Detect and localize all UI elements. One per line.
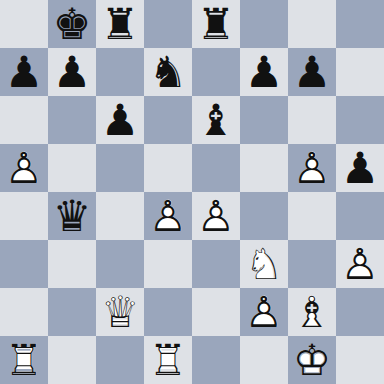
square-e2[interactable]: [192, 288, 240, 336]
white-pawn-outline-icon: ♙: [144, 192, 192, 240]
square-b6[interactable]: [48, 96, 96, 144]
piece-white-queen[interactable]: ♛♕: [96, 288, 144, 336]
square-c5[interactable]: [96, 144, 144, 192]
square-e1[interactable]: [192, 336, 240, 384]
square-f3[interactable]: ♞♘: [240, 240, 288, 288]
white-bishop-outline-icon: ♗: [288, 288, 336, 336]
square-e5[interactable]: [192, 144, 240, 192]
square-h6[interactable]: [336, 96, 384, 144]
black-rook-icon: ♜: [96, 0, 144, 48]
square-b7[interactable]: ♟: [48, 48, 96, 96]
square-a5[interactable]: ♟♙: [0, 144, 48, 192]
square-e3[interactable]: [192, 240, 240, 288]
square-h5[interactable]: ♟: [336, 144, 384, 192]
square-g3[interactable]: [288, 240, 336, 288]
piece-black-pawn[interactable]: ♟: [240, 48, 288, 96]
square-a1[interactable]: ♜♖: [0, 336, 48, 384]
black-pawn-icon: ♟: [0, 48, 48, 96]
square-g2[interactable]: ♝♗: [288, 288, 336, 336]
piece-white-king[interactable]: ♚♔: [288, 336, 336, 384]
square-c6[interactable]: ♟: [96, 96, 144, 144]
piece-black-pawn[interactable]: ♟: [48, 48, 96, 96]
square-a3[interactable]: [0, 240, 48, 288]
piece-black-pawn[interactable]: ♟: [288, 48, 336, 96]
black-bishop-icon: ♝: [192, 96, 240, 144]
square-f7[interactable]: ♟: [240, 48, 288, 96]
white-pawn-outline-icon: ♙: [288, 144, 336, 192]
square-g8[interactable]: [288, 0, 336, 48]
square-d7[interactable]: ♞: [144, 48, 192, 96]
piece-black-pawn[interactable]: ♟: [0, 48, 48, 96]
piece-black-knight[interactable]: ♞: [144, 48, 192, 96]
square-a4[interactable]: [0, 192, 48, 240]
square-e6[interactable]: ♝: [192, 96, 240, 144]
black-pawn-icon: ♟: [240, 48, 288, 96]
square-f8[interactable]: [240, 0, 288, 48]
white-queen-outline-icon: ♕: [96, 288, 144, 336]
piece-black-pawn[interactable]: ♟: [96, 96, 144, 144]
piece-white-pawn[interactable]: ♟♙: [336, 240, 384, 288]
square-d6[interactable]: [144, 96, 192, 144]
square-g5[interactable]: ♟♙: [288, 144, 336, 192]
piece-black-bishop[interactable]: ♝: [192, 96, 240, 144]
piece-white-pawn[interactable]: ♟♙: [144, 192, 192, 240]
square-b3[interactable]: [48, 240, 96, 288]
white-pawn-outline-icon: ♙: [336, 240, 384, 288]
black-pawn-icon: ♟: [48, 48, 96, 96]
square-h4[interactable]: [336, 192, 384, 240]
white-king-outline-icon: ♔: [288, 336, 336, 384]
square-c1[interactable]: [96, 336, 144, 384]
piece-white-pawn[interactable]: ♟♙: [288, 144, 336, 192]
square-a2[interactable]: [0, 288, 48, 336]
square-g1[interactable]: ♚♔: [288, 336, 336, 384]
square-h7[interactable]: [336, 48, 384, 96]
piece-white-knight[interactable]: ♞♘: [240, 240, 288, 288]
piece-white-rook[interactable]: ♜♖: [144, 336, 192, 384]
square-e7[interactable]: [192, 48, 240, 96]
white-rook-outline-icon: ♖: [144, 336, 192, 384]
square-g7[interactable]: ♟: [288, 48, 336, 96]
square-h3[interactable]: ♟♙: [336, 240, 384, 288]
black-knight-icon: ♞: [144, 48, 192, 96]
black-pawn-icon: ♟: [288, 48, 336, 96]
square-d2[interactable]: [144, 288, 192, 336]
square-c2[interactable]: ♛♕: [96, 288, 144, 336]
square-d8[interactable]: [144, 0, 192, 48]
square-f4[interactable]: [240, 192, 288, 240]
black-pawn-icon: ♟: [336, 144, 384, 192]
square-f6[interactable]: [240, 96, 288, 144]
piece-black-pawn[interactable]: ♟: [336, 144, 384, 192]
square-b4[interactable]: ♛: [48, 192, 96, 240]
square-e8[interactable]: ♜: [192, 0, 240, 48]
square-d1[interactable]: ♜♖: [144, 336, 192, 384]
square-c8[interactable]: ♜: [96, 0, 144, 48]
square-b2[interactable]: [48, 288, 96, 336]
square-c4[interactable]: [96, 192, 144, 240]
white-rook-outline-icon: ♖: [0, 336, 48, 384]
square-d3[interactable]: [144, 240, 192, 288]
square-b1[interactable]: [48, 336, 96, 384]
square-d4[interactable]: ♟♙: [144, 192, 192, 240]
piece-black-queen[interactable]: ♛: [48, 192, 96, 240]
square-h2[interactable]: [336, 288, 384, 336]
square-f5[interactable]: [240, 144, 288, 192]
piece-white-pawn[interactable]: ♟♙: [192, 192, 240, 240]
square-b8[interactable]: ♚: [48, 0, 96, 48]
white-pawn-outline-icon: ♙: [240, 288, 288, 336]
square-a8[interactable]: [0, 0, 48, 48]
square-b5[interactable]: [48, 144, 96, 192]
black-queen-icon: ♛: [48, 192, 96, 240]
square-h8[interactable]: [336, 0, 384, 48]
piece-white-rook[interactable]: ♜♖: [0, 336, 48, 384]
black-rook-icon: ♜: [192, 0, 240, 48]
square-g4[interactable]: [288, 192, 336, 240]
square-c7[interactable]: [96, 48, 144, 96]
piece-white-pawn[interactable]: ♟♙: [240, 288, 288, 336]
white-pawn-outline-icon: ♙: [0, 144, 48, 192]
white-knight-outline-icon: ♘: [240, 240, 288, 288]
square-f2[interactable]: ♟♙: [240, 288, 288, 336]
square-e4[interactable]: ♟♙: [192, 192, 240, 240]
square-a6[interactable]: [0, 96, 48, 144]
piece-black-rook[interactable]: ♜: [192, 0, 240, 48]
square-a7[interactable]: ♟: [0, 48, 48, 96]
piece-white-bishop[interactable]: ♝♗: [288, 288, 336, 336]
black-pawn-icon: ♟: [96, 96, 144, 144]
square-d5[interactable]: [144, 144, 192, 192]
square-f1[interactable]: [240, 336, 288, 384]
piece-black-king[interactable]: ♚: [48, 0, 96, 48]
white-pawn-outline-icon: ♙: [192, 192, 240, 240]
square-h1[interactable]: [336, 336, 384, 384]
black-king-icon: ♚: [48, 0, 96, 48]
piece-white-pawn[interactable]: ♟♙: [0, 144, 48, 192]
square-g6[interactable]: [288, 96, 336, 144]
square-c3[interactable]: [96, 240, 144, 288]
chess-board: ♚♜♜♟♟♞♟♟♟♝♟♙♟♙♟♛♟♙♟♙♞♘♟♙♛♕♟♙♝♗♜♖♜♖♚♔: [0, 0, 384, 384]
piece-black-rook[interactable]: ♜: [96, 0, 144, 48]
